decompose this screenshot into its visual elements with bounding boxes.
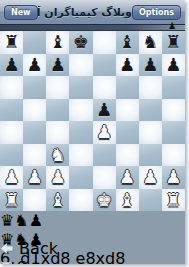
navigation-bar: New وبلاگ کیمیاگران آریا Options [0,0,185,25]
square-f5[interactable] [116,99,139,122]
square-h7[interactable]: ♟ [162,54,185,77]
black-king: ♚ [73,32,89,52]
black-rook: ♜ [3,32,19,52]
square-b4[interactable] [23,121,46,144]
square-f8[interactable]: ♝ [116,31,139,54]
square-b8[interactable] [23,31,46,54]
nav-board-divider: ♟ [0,25,185,31]
square-c8[interactable]: ♝ [46,31,69,54]
black-bishop: ♝ [50,32,66,52]
square-f6[interactable] [116,76,139,99]
black-pawn: ♟ [3,55,19,75]
square-g4[interactable] [139,121,162,144]
white-knight: ♞ [50,145,66,165]
square-h1[interactable]: ♜ [162,189,185,212]
new-game-button[interactable]: New [4,5,38,20]
chess-board[interactable]: ♜♝♚♝♞♜♟♟♟♟♟♟♟♟♞♟♟♟♟♟♟♜♝♚♝♜ [0,31,185,211]
white-bishop: ♝ [50,190,66,210]
square-a4[interactable] [0,121,23,144]
black-rook: ♜ [165,32,181,52]
black-pawn: ♟ [27,55,43,75]
white-bishop: ♝ [119,190,135,210]
white-pawn: ♟ [3,167,19,187]
square-d2[interactable] [69,166,92,189]
square-g2[interactable]: ♟ [139,166,162,189]
black-pawn: ♟ [50,55,66,75]
captured-white-queen: ♛ [0,211,14,230]
square-h6[interactable] [162,76,185,99]
square-c4[interactable] [46,121,69,144]
black-pawn: ♟ [119,55,135,75]
tool-label: Save [17,258,56,264]
square-e4[interactable]: ♟ [93,121,116,144]
black-pawn: ♟ [142,55,158,75]
captured-white-row: ♛♞♟ [0,211,185,230]
square-a8[interactable]: ♜ [0,31,23,54]
square-h8[interactable]: ♜ [162,31,185,54]
back-arrow-icon [0,239,19,258]
square-a3[interactable] [0,144,23,167]
square-h2[interactable]: ♟ [162,166,185,189]
square-d3[interactable] [69,144,92,167]
phone-screenshot: New وبلاگ کیمیاگران آریا Options ♟ ♜♝♚♝♞… [0,0,189,267]
square-e6[interactable] [93,76,116,99]
square-e8[interactable] [93,31,116,54]
black-knight: ♞ [142,32,158,52]
square-f1[interactable]: ♝ [116,189,139,212]
white-pawn: ♟ [142,167,158,187]
square-e3[interactable] [93,144,116,167]
square-c6[interactable] [46,76,69,99]
square-b1[interactable] [23,189,46,212]
square-c5[interactable] [46,99,69,122]
square-e1[interactable]: ♚ [93,189,116,212]
white-pawn: ♟ [165,167,181,187]
square-a7[interactable]: ♟ [0,54,23,77]
turn-indicator-black-pawn-icon: ♟ [168,22,176,31]
white-pawn: ♟ [50,167,66,187]
square-b2[interactable]: ♟ [23,166,46,189]
black-move: e8xd8 [76,249,126,264]
captured-white-pawn: ♟ [29,211,43,230]
square-e7[interactable] [93,54,116,77]
tool-label: Back [19,239,58,258]
square-g3[interactable] [139,144,162,167]
square-f4[interactable] [116,121,139,144]
square-c2[interactable]: ♟ [46,166,69,189]
white-rook: ♜ [165,190,181,210]
square-c3[interactable]: ♞ [46,144,69,167]
white-king: ♚ [96,190,112,210]
square-c7[interactable]: ♟ [46,54,69,77]
square-a2[interactable]: ♟ [0,166,23,189]
square-g8[interactable]: ♞ [139,31,162,54]
app-title: وبلاگ کیمیاگران آریا [38,6,132,19]
square-h3[interactable] [162,144,185,167]
square-g6[interactable] [139,76,162,99]
square-c1[interactable]: ♝ [46,189,69,212]
options-button[interactable]: Options [132,5,181,20]
square-d4[interactable] [69,121,92,144]
black-bishop: ♝ [119,32,135,52]
capture-and-moves-panel: ♛♞♟ ♛♞♟ 6. d1xd8 e8xd8 7. e2e4 [0,211,185,239]
square-d1[interactable] [69,189,92,212]
square-h5[interactable] [162,99,185,122]
square-g5[interactable] [139,99,162,122]
square-b3[interactable] [23,144,46,167]
square-a1[interactable]: ♜ [0,189,23,212]
square-b7[interactable]: ♟ [23,54,46,77]
chess-app: New وبلاگ کیمیاگران آریا Options ♟ ♜♝♚♝♞… [0,0,185,264]
square-d7[interactable] [69,54,92,77]
square-d5[interactable] [69,99,92,122]
square-f2[interactable]: ♟ [116,166,139,189]
square-e2[interactable] [93,166,116,189]
square-a5[interactable] [0,99,23,122]
floppy-disk-icon [0,258,17,264]
square-d8[interactable]: ♚ [69,31,92,54]
square-e5[interactable]: ♟ [93,99,116,122]
square-b5[interactable] [23,99,46,122]
white-pawn: ♟ [119,167,135,187]
square-a6[interactable] [0,76,23,99]
captured-white-knight: ♞ [14,211,28,230]
white-rook: ♜ [3,190,19,210]
square-f7[interactable]: ♟ [116,54,139,77]
black-pawn: ♟ [165,55,181,75]
black-pawn: ♟ [96,100,112,120]
white-pawn: ♟ [96,122,112,142]
square-f3[interactable] [116,144,139,167]
square-b6[interactable] [23,76,46,99]
square-g1[interactable] [139,189,162,212]
square-d6[interactable] [69,76,92,99]
square-h4[interactable] [162,121,185,144]
square-g7[interactable]: ♟ [139,54,162,77]
white-pawn: ♟ [27,167,43,187]
